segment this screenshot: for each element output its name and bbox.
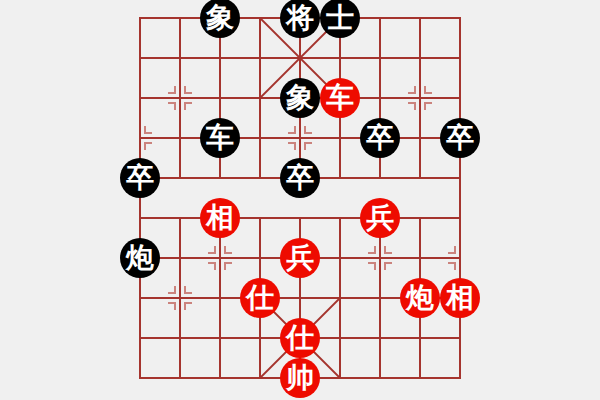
xiangqi-screenshot: 象将士象车车卒卒卒卒相兵炮兵仕炮相仕帅 <box>0 0 600 400</box>
piece-red-cannon[interactable]: 炮 <box>400 278 440 318</box>
piece-red-advisor[interactable]: 仕 <box>240 278 280 318</box>
piece-red-general[interactable]: 帅 <box>280 358 320 398</box>
piece-black-pawn[interactable]: 卒 <box>280 158 320 198</box>
piece-black-general[interactable]: 将 <box>280 0 320 38</box>
piece-red-advisor[interactable]: 仕 <box>280 318 320 358</box>
piece-red-chariot[interactable]: 车 <box>320 78 360 118</box>
piece-black-pawn[interactable]: 卒 <box>120 158 160 198</box>
piece-black-advisor[interactable]: 士 <box>320 0 360 38</box>
piece-red-pawn[interactable]: 兵 <box>280 238 320 278</box>
piece-black-pawn[interactable]: 卒 <box>440 118 480 158</box>
piece-black-elephant[interactable]: 象 <box>200 0 240 38</box>
piece-black-cannon[interactable]: 炮 <box>120 238 160 278</box>
piece-black-chariot[interactable]: 车 <box>200 118 240 158</box>
piece-black-elephant[interactable]: 象 <box>280 78 320 118</box>
piece-red-elephant[interactable]: 相 <box>200 198 240 238</box>
pieces-grid: 象将士象车车卒卒卒卒相兵炮兵仕炮相仕帅 <box>120 0 480 398</box>
piece-black-pawn[interactable]: 卒 <box>360 118 400 158</box>
piece-red-pawn[interactable]: 兵 <box>360 198 400 238</box>
piece-red-elephant[interactable]: 相 <box>440 278 480 318</box>
